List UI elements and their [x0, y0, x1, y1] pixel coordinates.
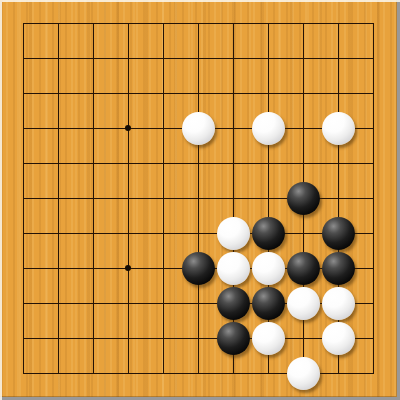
white-stone[interactable]: [182, 112, 215, 145]
black-stone[interactable]: [287, 252, 320, 285]
black-stone[interactable]: [287, 182, 320, 215]
black-stone[interactable]: [217, 287, 250, 320]
go-board[interactable]: [0, 0, 400, 400]
white-stone[interactable]: [287, 287, 320, 320]
white-stone[interactable]: [287, 357, 320, 390]
black-stone[interactable]: [182, 252, 215, 285]
white-stone[interactable]: [217, 252, 250, 285]
white-stone[interactable]: [322, 112, 355, 145]
white-stone[interactable]: [252, 252, 285, 285]
black-stone[interactable]: [322, 252, 355, 285]
stones-layer: [0, 0, 400, 400]
white-stone[interactable]: [252, 322, 285, 355]
black-stone[interactable]: [217, 322, 250, 355]
black-stone[interactable]: [252, 217, 285, 250]
white-stone[interactable]: [252, 112, 285, 145]
black-stone[interactable]: [252, 287, 285, 320]
white-stone[interactable]: [322, 322, 355, 355]
white-stone[interactable]: [217, 217, 250, 250]
black-stone[interactable]: [322, 217, 355, 250]
white-stone[interactable]: [322, 287, 355, 320]
